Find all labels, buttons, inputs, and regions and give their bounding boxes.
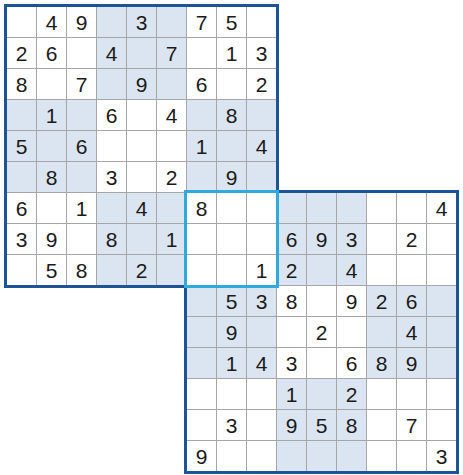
cell-g2-r6c1[interactable] xyxy=(187,348,216,378)
cell-g2-r7c3[interactable] xyxy=(247,379,276,409)
cell-g2-r6c8: 9 xyxy=(397,348,426,378)
cell-g2-r6c4: 3 xyxy=(277,348,306,378)
cell-g1-r3c9: 2 xyxy=(247,69,276,99)
cell-g1-r2c3[interactable] xyxy=(67,38,96,68)
cell-g1-r5c6[interactable] xyxy=(157,131,186,161)
cell-g2-r3c6: 4 xyxy=(337,255,366,285)
cell-g2-r5c5: 2 xyxy=(307,317,336,347)
cell-g1-r7c4[interactable] xyxy=(97,193,126,223)
cell-g2-r4c8: 6 xyxy=(397,286,426,316)
cell-g1-r4c5[interactable] xyxy=(127,100,156,130)
cell-g2-r1c6[interactable] xyxy=(337,193,366,223)
cell-g1-r6c9[interactable] xyxy=(247,162,276,192)
cell-g2-r4c9[interactable] xyxy=(427,286,456,316)
cell-g2-r9c5[interactable] xyxy=(307,441,336,471)
cell-g2-r6c3: 4 xyxy=(247,348,276,378)
cell-g1-r3c8[interactable] xyxy=(217,69,246,99)
cell-g1-r3c2[interactable] xyxy=(37,69,66,99)
cell-g1-r6c6: 2 xyxy=(157,162,186,192)
cell-g2-r4c7: 2 xyxy=(367,286,396,316)
cell-g2-r4c3: 3 xyxy=(247,286,276,316)
cell-g2-r6c9[interactable] xyxy=(427,348,456,378)
cell-g2-r4c5[interactable] xyxy=(307,286,336,316)
cell-g1-r7c5: 4 xyxy=(127,193,156,223)
cell-g2-r2c6: 3 xyxy=(337,224,366,254)
cell-g1-r1c6[interactable] xyxy=(157,7,186,37)
sudoku-grid-bottom-right: 846932124538926924143689123958793 xyxy=(184,190,459,474)
cell-g1-r7c6[interactable] xyxy=(157,193,186,223)
cell-g2-r5c9[interactable] xyxy=(427,317,456,347)
cell-g2-r7c6: 2 xyxy=(337,379,366,409)
cell-g2-r2c1[interactable] xyxy=(187,224,216,254)
cell-g2-r7c5[interactable] xyxy=(307,379,336,409)
cell-g2-r7c9[interactable] xyxy=(427,379,456,409)
cell-g1-r6c4: 3 xyxy=(97,162,126,192)
cell-g1-r5c8[interactable] xyxy=(217,131,246,161)
cell-g1-r1c8: 5 xyxy=(217,7,246,37)
cell-g2-r6c7: 8 xyxy=(367,348,396,378)
cell-g1-r4c8: 8 xyxy=(217,100,246,130)
cell-g2-r5c6[interactable] xyxy=(337,317,366,347)
cell-g1-r1c2: 4 xyxy=(37,7,66,37)
cell-g1-r4c9[interactable] xyxy=(247,100,276,130)
twodoku-puzzle: 4937526471387962164856148329614839815821… xyxy=(0,0,463,475)
cell-g1-r3c3: 7 xyxy=(67,69,96,99)
cell-g1-r2c1: 2 xyxy=(7,38,36,68)
cell-g1-r4c2: 1 xyxy=(37,100,66,130)
cell-g2-r9c4[interactable] xyxy=(277,441,306,471)
cell-g2-r1c5[interactable] xyxy=(307,193,336,223)
cell-g1-r7c2[interactable] xyxy=(37,193,66,223)
cell-g1-r8c3[interactable] xyxy=(67,224,96,254)
cell-g1-r2c8: 1 xyxy=(217,38,246,68)
cell-g1-r6c1[interactable] xyxy=(7,162,36,192)
cell-g1-r8c1: 3 xyxy=(7,224,36,254)
cell-g1-r1c1[interactable] xyxy=(7,7,36,37)
cell-g1-r7c1: 6 xyxy=(7,193,36,223)
cell-g1-r3c5: 9 xyxy=(127,69,156,99)
cell-g2-r6c5[interactable] xyxy=(307,348,336,378)
cell-g1-r1c9[interactable] xyxy=(247,7,276,37)
cell-g1-r8c2: 9 xyxy=(37,224,66,254)
cell-g2-r5c3[interactable] xyxy=(247,317,276,347)
cell-g1-r1c5: 3 xyxy=(127,7,156,37)
cell-g2-r1c8[interactable] xyxy=(397,193,426,223)
cell-g2-r1c1: 8 xyxy=(187,193,216,223)
cell-g2-r2c4: 6 xyxy=(277,224,306,254)
cell-g2-r4c4: 8 xyxy=(277,286,306,316)
cell-g1-r1c4[interactable] xyxy=(97,7,126,37)
cell-g2-r5c7[interactable] xyxy=(367,317,396,347)
cell-g2-r7c2[interactable] xyxy=(217,379,246,409)
cell-g2-r2c3[interactable] xyxy=(247,224,276,254)
cell-g2-r9c1: 9 xyxy=(187,441,216,471)
cell-g1-r2c6: 7 xyxy=(157,38,186,68)
cell-g2-r7c7[interactable] xyxy=(367,379,396,409)
cell-g1-r4c1[interactable] xyxy=(7,100,36,130)
cell-g1-r7c3: 1 xyxy=(67,193,96,223)
cell-g2-r7c1[interactable] xyxy=(187,379,216,409)
cell-g2-r8c1[interactable] xyxy=(187,410,216,440)
cell-g2-r6c2: 1 xyxy=(217,348,246,378)
cell-g1-r5c2[interactable] xyxy=(37,131,66,161)
cell-g2-r7c8[interactable] xyxy=(397,379,426,409)
cell-g2-r2c5: 9 xyxy=(307,224,336,254)
cell-g1-r4c7[interactable] xyxy=(187,100,216,130)
cell-g1-r3c1: 8 xyxy=(7,69,36,99)
cell-g1-r9c1[interactable] xyxy=(7,255,36,285)
cell-g2-r2c8: 2 xyxy=(397,224,426,254)
cell-g1-r2c7[interactable] xyxy=(187,38,216,68)
cell-g2-r4c1[interactable] xyxy=(187,286,216,316)
cell-g1-r9c4[interactable] xyxy=(97,255,126,285)
cell-g2-r1c9: 4 xyxy=(427,193,456,223)
cell-g1-r2c4: 4 xyxy=(97,38,126,68)
cell-g2-r5c8: 4 xyxy=(397,317,426,347)
cell-g2-r3c8[interactable] xyxy=(397,255,426,285)
cell-g1-r5c4[interactable] xyxy=(97,131,126,161)
cell-g2-r9c7[interactable] xyxy=(367,441,396,471)
cell-g1-r6c7[interactable] xyxy=(187,162,216,192)
cell-g1-r2c5[interactable] xyxy=(127,38,156,68)
cell-g1-r3c7: 6 xyxy=(187,69,216,99)
cell-g2-r1c7[interactable] xyxy=(367,193,396,223)
cell-g2-r5c4[interactable] xyxy=(277,317,306,347)
cell-g2-r5c2: 9 xyxy=(217,317,246,347)
cell-g1-r8c6: 1 xyxy=(157,224,186,254)
cell-g2-r8c6: 8 xyxy=(337,410,366,440)
cell-g2-r1c3[interactable] xyxy=(247,193,276,223)
cell-g2-r2c7[interactable] xyxy=(367,224,396,254)
cell-g2-r2c9[interactable] xyxy=(427,224,456,254)
cell-g2-r3c1[interactable] xyxy=(187,255,216,285)
cell-g1-r4c3[interactable] xyxy=(67,100,96,130)
cell-g2-r3c5[interactable] xyxy=(307,255,336,285)
cell-g1-r3c6[interactable] xyxy=(157,69,186,99)
cell-g2-r9c8[interactable] xyxy=(397,441,426,471)
cell-g2-r3c7[interactable] xyxy=(367,255,396,285)
cell-g2-r1c2[interactable] xyxy=(217,193,246,223)
cell-g2-r3c3: 1 xyxy=(247,255,276,285)
cell-g2-r3c9[interactable] xyxy=(427,255,456,285)
cell-g2-r8c8: 7 xyxy=(397,410,426,440)
cell-g1-r2c2: 6 xyxy=(37,38,66,68)
cell-g1-r1c3: 9 xyxy=(67,7,96,37)
cell-g2-r4c6: 9 xyxy=(337,286,366,316)
cell-g1-r6c5[interactable] xyxy=(127,162,156,192)
cell-g1-r9c5: 2 xyxy=(127,255,156,285)
cell-g1-r3c4[interactable] xyxy=(97,69,126,99)
cell-g2-r2c2[interactable] xyxy=(217,224,246,254)
cell-g2-r1c4[interactable] xyxy=(277,193,306,223)
cell-g2-r8c9[interactable] xyxy=(427,410,456,440)
cell-g1-r5c9: 4 xyxy=(247,131,276,161)
cell-g2-r3c4: 2 xyxy=(277,255,306,285)
cell-g2-r3c2[interactable] xyxy=(217,255,246,285)
cell-g1-r9c2: 5 xyxy=(37,255,66,285)
cell-g1-r4c6: 4 xyxy=(157,100,186,130)
cell-g2-r7c4: 1 xyxy=(277,379,306,409)
cell-g2-r6c6: 6 xyxy=(337,348,366,378)
cell-g1-r5c1: 5 xyxy=(7,131,36,161)
cell-g1-r5c5[interactable] xyxy=(127,131,156,161)
cell-g2-r8c7[interactable] xyxy=(367,410,396,440)
cell-g2-r8c5: 5 xyxy=(307,410,336,440)
cell-g1-r9c3: 8 xyxy=(67,255,96,285)
cell-g2-r9c6[interactable] xyxy=(337,441,366,471)
cell-g1-r6c2: 8 xyxy=(37,162,66,192)
cell-g2-r4c2: 5 xyxy=(217,286,246,316)
cell-g1-r2c9: 3 xyxy=(247,38,276,68)
cell-g1-r5c7: 1 xyxy=(187,131,216,161)
cell-g1-r8c4: 8 xyxy=(97,224,126,254)
cell-g2-r8c3[interactable] xyxy=(247,410,276,440)
cell-g2-r9c3[interactable] xyxy=(247,441,276,471)
cell-g1-r4c4: 6 xyxy=(97,100,126,130)
cell-g2-r5c1[interactable] xyxy=(187,317,216,347)
cell-g1-r6c8: 9 xyxy=(217,162,246,192)
cell-g1-r9c6[interactable] xyxy=(157,255,186,285)
cell-g2-r9c2[interactable] xyxy=(217,441,246,471)
cell-g1-r6c3[interactable] xyxy=(67,162,96,192)
cell-g1-r8c5[interactable] xyxy=(127,224,156,254)
cell-g2-r9c9: 3 xyxy=(427,441,456,471)
cell-g2-r8c2: 3 xyxy=(217,410,246,440)
cell-g2-r8c4: 9 xyxy=(277,410,306,440)
cell-g1-r5c3: 6 xyxy=(67,131,96,161)
cell-g1-r1c7: 7 xyxy=(187,7,216,37)
